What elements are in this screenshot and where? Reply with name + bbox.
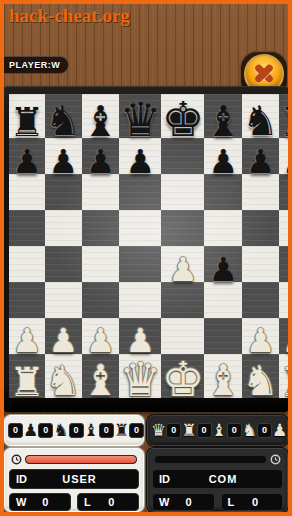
com-panel: ID COM W 0 L 0 <box>147 448 288 512</box>
square-d7[interactable]: ♟ <box>119 138 161 174</box>
square-a8[interactable]: ♜ <box>9 94 45 138</box>
piece-white-pawn-b2[interactable]: ♟ <box>48 326 78 356</box>
square-d1[interactable]: ♛ <box>119 354 161 398</box>
piece-black-rook-a8[interactable]: ♜ <box>9 104 45 141</box>
square-g3[interactable] <box>242 282 279 318</box>
piece-black-pawn-h7[interactable]: ♟ <box>282 147 292 177</box>
square-c7[interactable]: ♟ <box>82 138 120 174</box>
capture-count-badge: 0 <box>69 423 84 438</box>
square-f5[interactable] <box>204 210 242 246</box>
square-e8[interactable]: ♚ <box>161 94 204 138</box>
square-c1[interactable]: ♝ <box>82 354 120 398</box>
square-e1[interactable]: ♚ <box>161 354 204 398</box>
user-losses-value: 0 <box>91 496 132 508</box>
com-wl-row: W 0 L 0 <box>152 493 283 511</box>
capture-count-badge: 0 <box>129 423 144 438</box>
captured-black-bishop: 0♝ <box>69 422 99 439</box>
piece-white-pawn-e4[interactable]: ♟ <box>168 255 198 285</box>
piece-white-king-e1[interactable]: ♚ <box>161 357 204 401</box>
captured-white-pawn: ♟1 <box>272 422 292 439</box>
piece-black-bishop-f8[interactable]: ♝ <box>204 103 242 142</box>
square-c5[interactable] <box>82 210 120 246</box>
square-f4[interactable]: ♟ <box>204 246 242 282</box>
piece-white-pawn-c2[interactable]: ♟ <box>86 326 116 356</box>
square-b5[interactable] <box>45 210 82 246</box>
com-timer-row <box>154 454 281 465</box>
piece-black-pawn-b7[interactable]: ♟ <box>48 147 78 177</box>
piece-black-pawn-f4[interactable]: ♟ <box>208 255 238 285</box>
square-g7[interactable]: ♟ <box>242 138 279 174</box>
user-wins-value: 0 <box>26 496 64 508</box>
square-h2[interactable]: ♟ <box>279 318 292 354</box>
square-c3[interactable] <box>82 282 120 318</box>
user-timer-bar <box>25 455 137 464</box>
capture-count-badge: 0 <box>257 423 272 438</box>
white-pawn-icon: ♟ <box>272 422 287 439</box>
white-bishop-icon: ♝ <box>212 422 227 439</box>
clock-icon <box>11 454 22 465</box>
clock-icon <box>270 454 281 465</box>
capture-count-badge: 0 <box>99 423 114 438</box>
captured-white-rook: ♜0 <box>181 422 211 439</box>
white-queen-icon: ♛ <box>151 422 166 439</box>
piece-black-knight-g8[interactable]: ♞ <box>242 103 279 141</box>
square-g2[interactable]: ♟ <box>242 318 279 354</box>
square-d2[interactable]: ♟ <box>119 318 161 354</box>
piece-white-pawn-h2[interactable]: ♟ <box>282 326 292 356</box>
square-g5[interactable] <box>242 210 279 246</box>
capture-count-badge: 1 <box>287 423 292 438</box>
com-wins-value: 0 <box>169 496 207 508</box>
square-a1[interactable]: ♜ <box>9 354 45 398</box>
square-e4[interactable]: ♟ <box>161 246 204 282</box>
square-b2[interactable]: ♟ <box>45 318 82 354</box>
com-timer-bar <box>154 455 267 464</box>
user-losses-label: L <box>84 496 91 508</box>
square-f8[interactable]: ♝ <box>204 94 242 138</box>
square-e2[interactable] <box>161 318 204 354</box>
black-bishop-icon: ♝ <box>84 422 99 439</box>
captured-white-knight: ♞0 <box>242 422 272 439</box>
square-d8[interactable]: ♛ <box>119 94 161 138</box>
captured-black-knight: 0♞ <box>38 422 68 439</box>
com-wins-label: W <box>159 496 169 508</box>
user-losses-box: L 0 <box>77 493 139 511</box>
square-g1[interactable]: ♞ <box>242 354 279 398</box>
square-f1[interactable]: ♝ <box>204 354 242 398</box>
piece-white-pawn-g2[interactable]: ♟ <box>246 326 276 356</box>
com-losses-box: L 0 <box>221 493 284 511</box>
piece-black-king-e8[interactable]: ♚ <box>161 97 204 141</box>
square-b8[interactable]: ♞ <box>45 94 82 138</box>
user-timer-fill <box>26 456 136 463</box>
user-timer-row <box>11 454 137 465</box>
piece-black-pawn-g7[interactable]: ♟ <box>246 147 276 177</box>
user-wins-label: W <box>16 496 26 508</box>
user-panel: ID USER W 0 L 0 <box>4 448 144 512</box>
user-id-value: USER <box>27 473 132 485</box>
square-c4[interactable] <box>82 246 120 282</box>
com-id-bar: ID COM <box>152 469 283 489</box>
com-losses-label: L <box>228 496 235 508</box>
piece-black-pawn-d7[interactable]: ♟ <box>126 147 156 177</box>
piece-white-knight-g1[interactable]: ♞ <box>242 363 279 401</box>
piece-black-rook-h8[interactable]: ♜ <box>279 104 292 141</box>
piece-white-rook-h1[interactable]: ♜ <box>279 364 292 401</box>
black-knight-icon: ♞ <box>53 422 68 439</box>
square-f7[interactable]: ♟ <box>204 138 242 174</box>
capture-count-badge: 0 <box>8 423 23 438</box>
capture-count-badge: 0 <box>227 423 242 438</box>
square-d3[interactable] <box>119 282 161 318</box>
square-h4[interactable] <box>279 246 292 282</box>
square-a2[interactable]: ♟ <box>9 318 45 354</box>
com-captures-tray: ♛0♜0♝0♞0♟1 <box>147 415 288 446</box>
square-h3[interactable] <box>279 282 292 318</box>
com-id-value: COM <box>170 473 276 485</box>
square-b7[interactable]: ♟ <box>45 138 82 174</box>
square-h5[interactable] <box>279 210 292 246</box>
com-wins-box: W 0 <box>152 493 215 511</box>
black-rook-icon: ♜ <box>114 422 129 439</box>
captured-black-pawn: 0♟ <box>8 422 38 439</box>
watermark-text: hack-cheat.org <box>9 5 130 27</box>
square-h1[interactable]: ♜ <box>279 354 292 398</box>
captured-black-rook: 0♜ <box>99 422 129 439</box>
piece-white-queen-d1[interactable]: ♛ <box>119 358 161 401</box>
piece-black-queen-d8[interactable]: ♛ <box>119 98 161 141</box>
user-id-label: ID <box>16 473 27 485</box>
board-frame: ♜♞♝♛♚♝♞♜♟♟♟♟♟♟♟♟♟♟♟♟♟♟♟♜♞♝♛♚♝♞♜ <box>4 86 288 412</box>
square-d4[interactable] <box>119 246 161 282</box>
user-captures-tray: 0♟0♞0♝0♜0♛ <box>4 415 144 446</box>
square-e6[interactable] <box>161 174 204 210</box>
piece-black-pawn-f7[interactable]: ♟ <box>208 147 238 177</box>
white-knight-icon: ♞ <box>242 422 257 439</box>
square-b1[interactable]: ♞ <box>45 354 82 398</box>
capture-count-badge: 0 <box>38 423 53 438</box>
board: ♜♞♝♛♚♝♞♜♟♟♟♟♟♟♟♟♟♟♟♟♟♟♟♜♞♝♛♚♝♞♜ <box>9 94 283 398</box>
square-h8[interactable]: ♜ <box>279 94 292 138</box>
square-a4[interactable] <box>9 246 45 282</box>
square-f2[interactable] <box>204 318 242 354</box>
piece-white-pawn-a2[interactable]: ♟ <box>12 326 42 356</box>
captured-white-queen: ♛0 <box>151 422 181 439</box>
black-pawn-icon: ♟ <box>23 422 38 439</box>
piece-black-knight-b8[interactable]: ♞ <box>45 103 82 141</box>
piece-white-bishop-c1[interactable]: ♝ <box>82 362 120 401</box>
com-losses-value: 0 <box>234 496 276 508</box>
square-b3[interactable] <box>45 282 82 318</box>
capture-count-badge: 0 <box>166 423 181 438</box>
user-id-bar: ID USER <box>9 469 139 489</box>
player-turn-label: PLAYER:W <box>4 56 69 74</box>
square-c2[interactable]: ♟ <box>82 318 120 354</box>
captured-white-bishop: ♝0 <box>212 422 242 439</box>
com-id-label: ID <box>159 473 170 485</box>
piece-black-bishop-c8[interactable]: ♝ <box>82 103 120 142</box>
white-rook-icon: ♜ <box>181 422 196 439</box>
user-wl-row: W 0 L 0 <box>9 493 139 511</box>
square-g8[interactable]: ♞ <box>242 94 279 138</box>
piece-white-rook-a1[interactable]: ♜ <box>9 364 45 401</box>
square-c8[interactable]: ♝ <box>82 94 120 138</box>
piece-white-knight-b1[interactable]: ♞ <box>45 363 82 401</box>
square-a7[interactable]: ♟ <box>9 138 45 174</box>
square-d5[interactable] <box>119 210 161 246</box>
square-a5[interactable] <box>9 210 45 246</box>
piece-white-bishop-f1[interactable]: ♝ <box>204 362 242 401</box>
piece-black-pawn-a7[interactable]: ♟ <box>12 147 42 177</box>
square-g4[interactable] <box>242 246 279 282</box>
app-screen: hack-cheat.org PLAYER:W ♜♞♝♛♚♝♞♜♟♟♟♟♟♟♟♟… <box>0 0 292 516</box>
square-b4[interactable] <box>45 246 82 282</box>
square-e5[interactable] <box>161 210 204 246</box>
square-a3[interactable] <box>9 282 45 318</box>
piece-black-pawn-c7[interactable]: ♟ <box>86 147 116 177</box>
capture-count-badge: 0 <box>197 423 212 438</box>
user-wins-box: W 0 <box>9 493 71 511</box>
